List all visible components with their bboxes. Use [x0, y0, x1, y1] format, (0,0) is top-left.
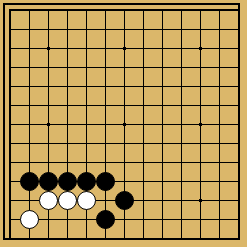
white-stone [77, 191, 96, 210]
black-stone [39, 172, 58, 191]
white-stone [20, 210, 39, 229]
black-stone [96, 172, 115, 191]
black-stone [96, 210, 115, 229]
black-stone [20, 172, 39, 191]
white-stone [58, 191, 77, 210]
go-diagram [0, 0, 247, 247]
board-grid [1, 1, 248, 247]
black-stone [77, 172, 96, 191]
white-stone [39, 191, 58, 210]
black-stone [115, 191, 134, 210]
black-stone [58, 172, 77, 191]
